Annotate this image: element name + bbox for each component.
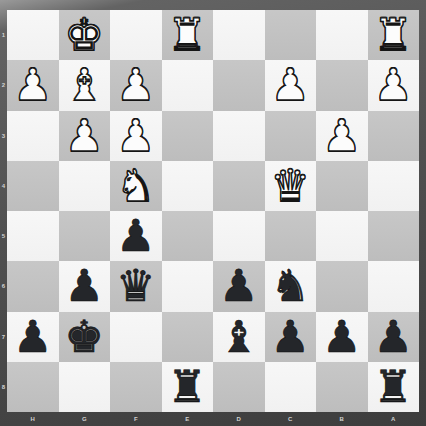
square-d1[interactable] <box>213 10 265 60</box>
white-pawn[interactable]: ♟ <box>59 111 111 161</box>
square-e4[interactable] <box>162 161 214 211</box>
white-queen[interactable]: ♛ <box>265 161 317 211</box>
square-b8[interactable] <box>316 362 368 412</box>
file-label-a: A <box>368 412 420 426</box>
black-pawn[interactable]: ♟ <box>316 312 368 362</box>
square-f8[interactable] <box>110 362 162 412</box>
black-knight[interactable]: ♞ <box>265 261 317 311</box>
square-g8[interactable] <box>59 362 111 412</box>
square-d2[interactable] <box>213 60 265 110</box>
white-pawn[interactable]: ♟ <box>110 111 162 161</box>
square-d4[interactable] <box>213 161 265 211</box>
square-f1[interactable] <box>110 10 162 60</box>
square-h5[interactable] <box>7 211 59 261</box>
square-b3[interactable]: ♟ <box>316 111 368 161</box>
square-e2[interactable] <box>162 60 214 110</box>
black-pawn[interactable]: ♟ <box>7 312 59 362</box>
square-h7[interactable]: ♟ <box>7 312 59 362</box>
black-bishop[interactable]: ♝ <box>213 312 265 362</box>
square-c1[interactable] <box>265 10 317 60</box>
square-a5[interactable] <box>368 211 420 261</box>
file-label-c: C <box>265 412 317 426</box>
square-g3[interactable]: ♟ <box>59 111 111 161</box>
square-b6[interactable] <box>316 261 368 311</box>
rank-label-6: 6 <box>0 261 7 311</box>
square-d5[interactable] <box>213 211 265 261</box>
square-h2[interactable]: ♟ <box>7 60 59 110</box>
square-e1[interactable]: ♜ <box>162 10 214 60</box>
black-rook[interactable]: ♜ <box>368 362 420 412</box>
square-c4[interactable]: ♛ <box>265 161 317 211</box>
file-label-h: H <box>7 412 59 426</box>
square-f6[interactable]: ♛ <box>110 261 162 311</box>
square-c2[interactable]: ♟ <box>265 60 317 110</box>
square-c8[interactable] <box>265 362 317 412</box>
black-pawn[interactable]: ♟ <box>265 312 317 362</box>
white-pawn[interactable]: ♟ <box>316 111 368 161</box>
white-knight[interactable]: ♞ <box>110 161 162 211</box>
rank-label-1: 1 <box>0 10 7 60</box>
file-labels: HGFEDCBA <box>7 412 419 426</box>
chess-board-frame: 12345678 HGFEDCBA ♚♜♜♟♝♟♟♟♟♟♟♞♛♟♟♛♟♞♟♚♝♟… <box>0 0 426 426</box>
square-c6[interactable]: ♞ <box>265 261 317 311</box>
square-a8[interactable]: ♜ <box>368 362 420 412</box>
rank-label-2: 2 <box>0 60 7 110</box>
square-f2[interactable]: ♟ <box>110 60 162 110</box>
square-f7[interactable] <box>110 312 162 362</box>
black-queen[interactable]: ♛ <box>110 261 162 311</box>
white-bishop[interactable]: ♝ <box>59 60 111 110</box>
rank-label-8: 8 <box>0 362 7 412</box>
black-pawn[interactable]: ♟ <box>368 312 420 362</box>
square-d6[interactable]: ♟ <box>213 261 265 311</box>
file-label-b: B <box>316 412 368 426</box>
square-a2[interactable]: ♟ <box>368 60 420 110</box>
square-e7[interactable] <box>162 312 214 362</box>
rank-label-5: 5 <box>0 211 7 261</box>
black-pawn[interactable]: ♟ <box>59 261 111 311</box>
square-a7[interactable]: ♟ <box>368 312 420 362</box>
square-c3[interactable] <box>265 111 317 161</box>
file-label-e: E <box>162 412 214 426</box>
white-pawn[interactable]: ♟ <box>265 60 317 110</box>
white-pawn[interactable]: ♟ <box>110 60 162 110</box>
square-h8[interactable] <box>7 362 59 412</box>
black-pawn[interactable]: ♟ <box>213 261 265 311</box>
square-h6[interactable] <box>7 261 59 311</box>
black-king[interactable]: ♚ <box>59 312 111 362</box>
square-d8[interactable] <box>213 362 265 412</box>
square-c7[interactable]: ♟ <box>265 312 317 362</box>
white-pawn[interactable]: ♟ <box>368 60 420 110</box>
square-e3[interactable] <box>162 111 214 161</box>
square-b4[interactable] <box>316 161 368 211</box>
square-e5[interactable] <box>162 211 214 261</box>
black-pawn[interactable]: ♟ <box>110 211 162 261</box>
square-e8[interactable]: ♜ <box>162 362 214 412</box>
square-b7[interactable]: ♟ <box>316 312 368 362</box>
rank-label-7: 7 <box>0 312 7 362</box>
square-h3[interactable] <box>7 111 59 161</box>
square-f4[interactable]: ♞ <box>110 161 162 211</box>
square-g5[interactable] <box>59 211 111 261</box>
square-g2[interactable]: ♝ <box>59 60 111 110</box>
white-pawn[interactable]: ♟ <box>7 60 59 110</box>
square-d3[interactable] <box>213 111 265 161</box>
square-a4[interactable] <box>368 161 420 211</box>
square-g4[interactable] <box>59 161 111 211</box>
square-g1[interactable]: ♚ <box>59 10 111 60</box>
square-e6[interactable] <box>162 261 214 311</box>
rank-label-3: 3 <box>0 111 7 161</box>
square-h1[interactable] <box>7 10 59 60</box>
file-label-d: D <box>213 412 265 426</box>
white-rook[interactable]: ♜ <box>368 10 420 60</box>
square-h4[interactable] <box>7 161 59 211</box>
white-rook[interactable]: ♜ <box>162 10 214 60</box>
square-c5[interactable] <box>265 211 317 261</box>
square-b2[interactable] <box>316 60 368 110</box>
rank-label-4: 4 <box>0 161 7 211</box>
square-g7[interactable]: ♚ <box>59 312 111 362</box>
square-f3[interactable]: ♟ <box>110 111 162 161</box>
black-rook[interactable]: ♜ <box>162 362 214 412</box>
white-king[interactable]: ♚ <box>59 10 111 60</box>
square-g6[interactable]: ♟ <box>59 261 111 311</box>
chess-board: ♚♜♜♟♝♟♟♟♟♟♟♞♛♟♟♛♟♞♟♚♝♟♟♟♜♜ <box>7 10 419 412</box>
file-label-g: G <box>59 412 111 426</box>
square-d7[interactable]: ♝ <box>213 312 265 362</box>
square-b1[interactable] <box>316 10 368 60</box>
file-label-f: F <box>110 412 162 426</box>
rank-labels: 12345678 <box>0 10 7 412</box>
square-f5[interactable]: ♟ <box>110 211 162 261</box>
square-a3[interactable] <box>368 111 420 161</box>
square-a1[interactable]: ♜ <box>368 10 420 60</box>
square-a6[interactable] <box>368 261 420 311</box>
square-b5[interactable] <box>316 211 368 261</box>
